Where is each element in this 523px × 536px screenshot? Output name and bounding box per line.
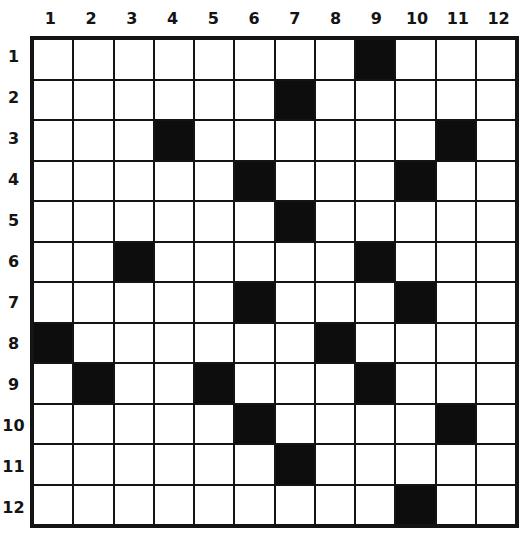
cell-r3c12[interactable] — [477, 121, 515, 160]
col-label-10: 10 — [397, 6, 438, 30]
cell-r8c10[interactable] — [396, 324, 434, 363]
col-label-1: 1 — [30, 6, 71, 30]
cell-r1c4[interactable] — [155, 40, 193, 79]
cell-r5c9[interactable] — [356, 202, 394, 241]
col-label-9: 9 — [356, 6, 397, 30]
blocked-cell-r11c7 — [276, 445, 314, 484]
cell-r2c11[interactable] — [437, 81, 475, 120]
cell-r4c9[interactable] — [356, 162, 394, 201]
cell-r12c3[interactable] — [115, 486, 153, 525]
cell-r7c9[interactable] — [356, 283, 394, 322]
blocked-cell-r6c3 — [115, 243, 153, 282]
cell-r3c3[interactable] — [115, 121, 153, 160]
cell-r11c9[interactable] — [356, 445, 394, 484]
cell-r4c12[interactable] — [477, 162, 515, 201]
cell-r11c12[interactable] — [477, 445, 515, 484]
cell-r1c8[interactable] — [316, 40, 354, 79]
blocked-cell-r1c9 — [356, 40, 394, 79]
cell-r9c12[interactable] — [477, 364, 515, 403]
puzzle-grid — [30, 36, 519, 528]
cell-r3c7[interactable] — [276, 121, 314, 160]
cell-r10c3[interactable] — [115, 405, 153, 444]
cell-r12c4[interactable] — [155, 486, 193, 525]
row-label-4: 4 — [0, 159, 27, 200]
cell-r7c5[interactable] — [195, 283, 233, 322]
cell-r9c3[interactable] — [115, 364, 153, 403]
cell-r2c12[interactable] — [477, 81, 515, 120]
cell-r4c5[interactable] — [195, 162, 233, 201]
blocked-cell-r6c9 — [356, 243, 394, 282]
row-label-9: 9 — [0, 364, 27, 405]
cell-r2c5[interactable] — [195, 81, 233, 120]
cell-r8c4[interactable] — [155, 324, 193, 363]
blocked-cell-r8c8 — [316, 324, 354, 363]
cell-r11c1[interactable] — [34, 445, 72, 484]
cell-r10c5[interactable] — [195, 405, 233, 444]
blocked-cell-r9c9 — [356, 364, 394, 403]
cell-r4c2[interactable] — [74, 162, 112, 201]
cell-r11c2[interactable] — [74, 445, 112, 484]
cell-r6c11[interactable] — [437, 243, 475, 282]
cell-r1c5[interactable] — [195, 40, 233, 79]
col-label-11: 11 — [438, 6, 479, 30]
cell-r7c7[interactable] — [276, 283, 314, 322]
cell-r6c7[interactable] — [276, 243, 314, 282]
blocked-cell-r5c7 — [276, 202, 314, 241]
col-label-4: 4 — [152, 6, 193, 30]
cell-r8c11[interactable] — [437, 324, 475, 363]
row-label-5: 5 — [0, 200, 27, 241]
cell-r1c2[interactable] — [74, 40, 112, 79]
cell-r1c7[interactable] — [276, 40, 314, 79]
cell-r6c10[interactable] — [396, 243, 434, 282]
cell-r2c2[interactable] — [74, 81, 112, 120]
cell-r10c10[interactable] — [396, 405, 434, 444]
cell-r8c3[interactable] — [115, 324, 153, 363]
blocked-cell-r4c10 — [396, 162, 434, 201]
col-label-6: 6 — [234, 6, 275, 30]
blocked-cell-r10c11 — [437, 405, 475, 444]
cell-r12c8[interactable] — [316, 486, 354, 525]
cell-r4c7[interactable] — [276, 162, 314, 201]
cell-r5c3[interactable] — [115, 202, 153, 241]
cell-r11c4[interactable] — [155, 445, 193, 484]
cell-r8c7[interactable] — [276, 324, 314, 363]
cell-r6c5[interactable] — [195, 243, 233, 282]
cell-r5c6[interactable] — [235, 202, 273, 241]
blocked-cell-r7c10 — [396, 283, 434, 322]
cell-r9c4[interactable] — [155, 364, 193, 403]
cell-r4c4[interactable] — [155, 162, 193, 201]
cell-r7c8[interactable] — [316, 283, 354, 322]
cell-r1c11[interactable] — [437, 40, 475, 79]
cell-r10c9[interactable] — [356, 405, 394, 444]
col-label-12: 12 — [478, 6, 519, 30]
cell-r9c6[interactable] — [235, 364, 273, 403]
row-labels: 123456789101112 — [0, 36, 27, 528]
cell-r5c10[interactable] — [396, 202, 434, 241]
col-label-5: 5 — [193, 6, 234, 30]
cell-r12c11[interactable] — [437, 486, 475, 525]
puzzle-board: 123456789101112 123456789101112 — [0, 0, 523, 536]
cell-r11c5[interactable] — [195, 445, 233, 484]
cell-r12c1[interactable] — [34, 486, 72, 525]
cell-r7c1[interactable] — [34, 283, 72, 322]
row-label-2: 2 — [0, 77, 27, 118]
cell-r7c4[interactable] — [155, 283, 193, 322]
row-label-7: 7 — [0, 282, 27, 323]
cell-r2c3[interactable] — [115, 81, 153, 120]
cell-r5c4[interactable] — [155, 202, 193, 241]
cell-r10c8[interactable] — [316, 405, 354, 444]
cell-r7c2[interactable] — [74, 283, 112, 322]
cell-r12c9[interactable] — [356, 486, 394, 525]
cell-r11c6[interactable] — [235, 445, 273, 484]
cell-r12c12[interactable] — [477, 486, 515, 525]
cell-r9c11[interactable] — [437, 364, 475, 403]
cell-r2c9[interactable] — [356, 81, 394, 120]
row-label-8: 8 — [0, 323, 27, 364]
col-label-2: 2 — [71, 6, 112, 30]
row-label-10: 10 — [0, 405, 27, 446]
cell-r1c12[interactable] — [477, 40, 515, 79]
blocked-cell-r7c6 — [235, 283, 273, 322]
row-label-1: 1 — [0, 36, 27, 77]
cell-r5c11[interactable] — [437, 202, 475, 241]
cell-r10c12[interactable] — [477, 405, 515, 444]
cell-r3c2[interactable] — [74, 121, 112, 160]
cell-r1c10[interactable] — [396, 40, 434, 79]
cell-r10c1[interactable] — [34, 405, 72, 444]
cell-r6c6[interactable] — [235, 243, 273, 282]
cell-r9c1[interactable] — [34, 364, 72, 403]
cell-r3c8[interactable] — [316, 121, 354, 160]
cell-r2c6[interactable] — [235, 81, 273, 120]
cell-r4c8[interactable] — [316, 162, 354, 201]
cell-r12c2[interactable] — [74, 486, 112, 525]
cell-r7c12[interactable] — [477, 283, 515, 322]
cell-r9c8[interactable] — [316, 364, 354, 403]
cell-r11c10[interactable] — [396, 445, 434, 484]
col-label-3: 3 — [112, 6, 153, 30]
cell-r7c3[interactable] — [115, 283, 153, 322]
cell-r6c12[interactable] — [477, 243, 515, 282]
cell-r2c4[interactable] — [155, 81, 193, 120]
cell-r1c3[interactable] — [115, 40, 153, 79]
cell-r3c6[interactable] — [235, 121, 273, 160]
cell-r3c10[interactable] — [396, 121, 434, 160]
cell-r11c3[interactable] — [115, 445, 153, 484]
cell-r8c9[interactable] — [356, 324, 394, 363]
cell-r12c5[interactable] — [195, 486, 233, 525]
cell-r1c1[interactable] — [34, 40, 72, 79]
cell-r6c8[interactable] — [316, 243, 354, 282]
cell-r5c5[interactable] — [195, 202, 233, 241]
blocked-cell-r3c11 — [437, 121, 475, 160]
cell-r6c1[interactable] — [34, 243, 72, 282]
blocked-cell-r12c10 — [396, 486, 434, 525]
col-label-7: 7 — [275, 6, 316, 30]
blocked-cell-r2c7 — [276, 81, 314, 120]
blocked-cell-r4c6 — [235, 162, 273, 201]
cell-r12c7[interactable] — [276, 486, 314, 525]
cell-r10c2[interactable] — [74, 405, 112, 444]
row-label-6: 6 — [0, 241, 27, 282]
cell-r6c4[interactable] — [155, 243, 193, 282]
cell-r2c10[interactable] — [396, 81, 434, 120]
cell-r11c8[interactable] — [316, 445, 354, 484]
blocked-cell-r10c6 — [235, 405, 273, 444]
cell-r5c1[interactable] — [34, 202, 72, 241]
column-labels: 123456789101112 — [30, 6, 519, 30]
cell-r6c2[interactable] — [74, 243, 112, 282]
cell-r4c11[interactable] — [437, 162, 475, 201]
cell-r5c2[interactable] — [74, 202, 112, 241]
cell-r8c5[interactable] — [195, 324, 233, 363]
cell-r8c6[interactable] — [235, 324, 273, 363]
cell-r12c6[interactable] — [235, 486, 273, 525]
row-label-11: 11 — [0, 446, 27, 487]
cell-r7c11[interactable] — [437, 283, 475, 322]
row-label-12: 12 — [0, 487, 27, 528]
blocked-cell-r3c4 — [155, 121, 193, 160]
cell-r8c12[interactable] — [477, 324, 515, 363]
blocked-cell-r9c2 — [74, 364, 112, 403]
cell-r5c8[interactable] — [316, 202, 354, 241]
cell-r9c7[interactable] — [276, 364, 314, 403]
cell-r9c10[interactable] — [396, 364, 434, 403]
cell-r3c1[interactable] — [34, 121, 72, 160]
col-label-8: 8 — [315, 6, 356, 30]
cell-r4c1[interactable] — [34, 162, 72, 201]
cell-r2c1[interactable] — [34, 81, 72, 120]
blocked-cell-r9c5 — [195, 364, 233, 403]
cell-r5c12[interactable] — [477, 202, 515, 241]
cell-r10c7[interactable] — [276, 405, 314, 444]
cell-r10c4[interactable] — [155, 405, 193, 444]
cell-r2c8[interactable] — [316, 81, 354, 120]
cell-r1c6[interactable] — [235, 40, 273, 79]
cell-r3c5[interactable] — [195, 121, 233, 160]
cell-r8c2[interactable] — [74, 324, 112, 363]
row-label-3: 3 — [0, 118, 27, 159]
blocked-cell-r8c1 — [34, 324, 72, 363]
cell-r4c3[interactable] — [115, 162, 153, 201]
cell-r3c9[interactable] — [356, 121, 394, 160]
cell-r11c11[interactable] — [437, 445, 475, 484]
